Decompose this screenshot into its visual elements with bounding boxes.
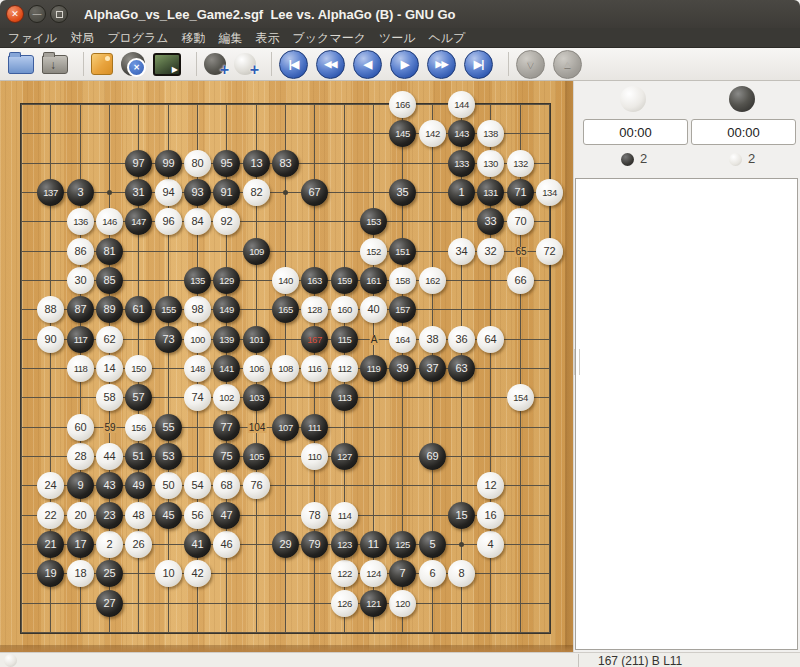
nav-last-button[interactable]: ▶| [464,50,493,79]
nav-forward-button[interactable]: ▶ [390,50,419,79]
point-label-65: 65 [514,247,527,257]
black-stone-move-37[interactable]: 37 [419,355,446,382]
black-stone-move-13[interactable]: 13 [243,150,270,177]
white-stone-move-68[interactable]: 68 [213,472,240,499]
white-stone-move-166[interactable]: 166 [389,91,416,118]
black-stone-move-97[interactable]: 97 [125,150,152,177]
save-file-button[interactable]: ↓ [42,55,68,74]
white-stone-move-72[interactable]: 72 [536,238,563,265]
white-stone-move-148[interactable]: 148 [184,355,211,382]
black-stone-move-151[interactable]: 151 [389,238,416,265]
side-panel: 00:00 00:00 2 2 [573,81,800,652]
black-stone-move-111[interactable]: 111 [301,414,328,441]
black-stone-move-47[interactable]: 47 [213,502,240,529]
menubar: ファイル対局プログラム移動編集表示ブックマークツールヘルプ [0,28,800,48]
black-stone-move-1[interactable]: 1 [448,179,475,206]
black-stone-move-35[interactable]: 35 [389,179,416,206]
black-stone-move-145[interactable]: 145 [389,120,416,147]
white-stone-move-62[interactable]: 62 [96,326,123,353]
white-stone-move-86[interactable]: 86 [67,238,94,265]
turn-indicator-icon [4,654,17,667]
white-stone-move-30[interactable]: 30 [67,267,94,294]
black-captures-count: 2 [748,152,755,165]
black-stone-move-125[interactable]: 125 [389,531,416,558]
black-stone-move-7[interactable]: 7 [389,560,416,587]
close-window-icon[interactable]: ✕ [6,5,24,23]
black-stone-move-123[interactable]: 123 [331,531,358,558]
black-stone-move-163[interactable]: 163 [301,267,328,294]
nav-first-button[interactable]: |◀ [279,50,308,79]
black-stone-move-83[interactable]: 83 [272,150,299,177]
black-stone-move-99[interactable]: 99 [155,150,182,177]
black-stone-icon [621,153,634,166]
move-status-text: 167 (211) B L11 [598,654,682,667]
white-clock: 00:00 [583,119,688,145]
black-stone-move-53[interactable]: 53 [155,443,182,470]
white-stone-move-26[interactable]: 26 [125,531,152,558]
black-stone-move-29[interactable]: 29 [272,531,299,558]
white-stone-move-138[interactable]: 138 [477,120,504,147]
white-stone-move-116[interactable]: 116 [301,355,328,382]
white-stone-move-14[interactable]: 14 [96,355,123,382]
black-stone-move-131[interactable]: 131 [477,179,504,206]
black-stone-move-77[interactable]: 77 [213,414,240,441]
white-stone-move-46[interactable]: 46 [213,531,240,558]
black-stone-move-149[interactable]: 149 [213,296,240,323]
black-stone-move-75[interactable]: 75 [213,443,240,470]
white-stone-move-128[interactable]: 128 [301,296,328,323]
black-clock: 00:00 [691,119,796,145]
toolbar-separator [196,52,197,76]
white-stone-move-142[interactable]: 142 [419,120,446,147]
black-stone-move-147[interactable]: 147 [125,208,152,235]
white-stone-move-92[interactable]: 92 [213,208,240,235]
white-stone-move-36[interactable]: 36 [448,326,475,353]
white-stone-move-120[interactable]: 120 [389,590,416,617]
black-stone-move-141[interactable]: 141 [213,355,240,382]
black-stone-move-101[interactable]: 101 [243,326,270,353]
window-title: AlphaGo_vs_Lee_Game2.sgf Lee vs. AlphaGo… [84,7,456,22]
white-stone-move-102[interactable]: 102 [213,384,240,411]
white-stone-move-22[interactable]: 22 [37,502,64,529]
white-stone-move-164[interactable]: 164 [389,326,416,353]
white-stone-move-122[interactable]: 122 [331,560,358,587]
splitter-handle[interactable] [574,349,580,375]
black-stone-move-67[interactable]: 67 [301,179,328,206]
black-stone-move-107[interactable]: 107 [272,414,299,441]
white-stone-move-152[interactable]: 152 [360,238,387,265]
black-stone-move-129[interactable]: 129 [213,267,240,294]
black-stone-move-113[interactable]: 113 [331,384,358,411]
black-stone-move-69[interactable]: 69 [419,443,446,470]
black-stone-move-135[interactable]: 135 [184,267,211,294]
menu-item[interactable]: 移動 [182,32,206,44]
nav-back-button[interactable]: ◀ [353,50,382,79]
white-stone-move-56[interactable]: 56 [184,502,211,529]
white-stone-move-124[interactable]: 124 [360,560,387,587]
board-edge-bottom [0,645,573,652]
black-stone-move-105[interactable]: 105 [243,443,270,470]
white-captures-count: 2 [640,152,647,165]
black-stone-move-87[interactable]: 87 [67,296,94,323]
white-stone-move-108[interactable]: 108 [272,355,299,382]
white-stone-move-8[interactable]: 8 [448,560,475,587]
menu-item[interactable]: ツール [379,32,416,44]
white-stone-move-126[interactable]: 126 [331,590,358,617]
black-stone-move-93[interactable]: 93 [184,179,211,206]
black-stone-move-19[interactable]: 19 [37,560,64,587]
white-stone-move-84[interactable]: 84 [184,208,211,235]
black-stone-move-91[interactable]: 91 [213,179,240,206]
minimize-window-icon[interactable]: — [28,5,46,23]
white-stone-move-2[interactable]: 2 [96,531,123,558]
white-stone-move-70[interactable]: 70 [507,208,534,235]
black-stone-move-33[interactable]: 33 [477,208,504,235]
new-board-button[interactable] [91,53,113,75]
point-label-59: 59 [103,423,116,433]
white-stone-move-38[interactable]: 38 [419,326,446,353]
white-stone-move-10[interactable]: 10 [155,560,182,587]
white-stone-move-16[interactable]: 16 [477,502,504,529]
white-stone-move-112[interactable]: 112 [331,355,358,382]
white-stone-move-40[interactable]: 40 [360,296,387,323]
menu-item[interactable]: ヘルプ [429,32,466,44]
menu-item[interactable]: 対局 [70,32,94,44]
white-stone-move-54[interactable]: 54 [184,472,211,499]
black-stone-move-85[interactable]: 85 [96,267,123,294]
white-stone-move-94[interactable]: 94 [155,179,182,206]
white-stone-move-150[interactable]: 150 [125,355,152,382]
black-stone-move-167[interactable]: 167 [301,326,328,353]
black-stone-move-121[interactable]: 121 [360,590,387,617]
black-stone-move-9[interactable]: 9 [67,472,94,499]
white-stone-move-74[interactable]: 74 [184,384,211,411]
white-player-stone-icon [620,86,646,112]
black-stone-move-15[interactable]: 15 [448,502,475,529]
black-stone-move-61[interactable]: 61 [125,296,152,323]
white-stone-move-96[interactable]: 96 [155,208,182,235]
toolbar-separator [83,52,84,76]
black-stone-move-51[interactable]: 51 [125,443,152,470]
black-stone-move-115[interactable]: 115 [331,326,358,353]
move-list-box[interactable] [575,178,798,650]
black-stone-move-45[interactable]: 45 [155,502,182,529]
statusbar-divider [578,654,579,667]
white-stone-move-76[interactable]: 76 [243,472,270,499]
white-stone-move-136[interactable]: 136 [67,208,94,235]
white-stone-move-48[interactable]: 48 [125,502,152,529]
black-stone-move-119[interactable]: 119 [360,355,387,382]
add-black-stone-button[interactable]: + [204,53,226,75]
statusbar: 167 (211) B L11 [0,652,800,667]
black-stone-move-43[interactable]: 43 [96,472,123,499]
black-stone-move-103[interactable]: 103 [243,384,270,411]
white-stone-move-6[interactable]: 6 [419,560,446,587]
white-stone-move-114[interactable]: 114 [331,502,358,529]
white-stone-move-118[interactable]: 118 [67,355,94,382]
level-up-button[interactable]: ▲ [553,50,582,79]
black-stone-move-89[interactable]: 89 [96,296,123,323]
black-stone-move-117[interactable]: 117 [67,326,94,353]
black-stone-move-25[interactable]: 25 [96,560,123,587]
menu-item[interactable]: プログラム [107,32,168,44]
black-stone-move-159[interactable]: 159 [331,267,358,294]
black-stone-move-21[interactable]: 21 [37,531,64,558]
white-stone-move-4[interactable]: 4 [477,531,504,558]
white-stone-move-158[interactable]: 158 [389,267,416,294]
black-stone-move-139[interactable]: 139 [213,326,240,353]
menu-item[interactable]: ファイル [8,32,57,44]
black-stone-move-17[interactable]: 17 [67,531,94,558]
white-stone-move-12[interactable]: 12 [477,472,504,499]
black-stone-move-3[interactable]: 3 [67,179,94,206]
board-window-button[interactable]: ▶ [153,53,181,76]
toolbar: ↓✕▶++|◀◀◀◀▶▶▶▶|▼▲ [0,48,800,81]
goban[interactable]: 1234567891011121314151617181920212223242… [0,81,573,652]
black-stone-move-165[interactable]: 165 [272,296,299,323]
white-stone-move-18[interactable]: 18 [67,560,94,587]
white-stone-move-20[interactable]: 20 [67,502,94,529]
black-stone-move-49[interactable]: 49 [125,472,152,499]
toolbar-separator [508,52,509,76]
main-area: 1234567891011121314151617181920212223242… [0,81,800,652]
white-stone-move-32[interactable]: 32 [477,238,504,265]
black-stone-move-23[interactable]: 23 [96,502,123,529]
white-stone-move-132[interactable]: 132 [507,150,534,177]
titlebar: ✕ — AlphaGo_vs_Lee_Game2.sgf Lee vs. Alp… [0,0,800,28]
black-stone-move-137[interactable]: 137 [37,179,64,206]
white-stone-move-146[interactable]: 146 [96,208,123,235]
black-stone-move-63[interactable]: 63 [448,355,475,382]
menu-item[interactable]: 編集 [219,32,243,44]
white-stone-move-88[interactable]: 88 [37,296,64,323]
white-stone-move-82[interactable]: 82 [243,179,270,206]
black-stone-move-161[interactable]: 161 [360,267,387,294]
star-point [459,542,464,547]
white-stone-move-58[interactable]: 58 [96,384,123,411]
white-stone-move-64[interactable]: 64 [477,326,504,353]
maximize-window-icon[interactable] [50,5,68,23]
white-stone-move-98[interactable]: 98 [184,296,211,323]
white-stone-move-42[interactable]: 42 [184,560,211,587]
white-stone-move-106[interactable]: 106 [243,355,270,382]
point-label-104: 104 [248,423,267,433]
black-stone-move-31[interactable]: 31 [125,179,152,206]
black-stone-move-57[interactable]: 57 [125,384,152,411]
black-stone-move-81[interactable]: 81 [96,238,123,265]
gnugo-window: ✕ — AlphaGo_vs_Lee_Game2.sgf Lee vs. Alp… [0,0,800,667]
black-stone-move-41[interactable]: 41 [184,531,211,558]
black-player-stone-icon [729,86,755,112]
black-stone-move-133[interactable]: 133 [448,150,475,177]
white-stone-move-44[interactable]: 44 [96,443,123,470]
black-stone-move-79[interactable]: 79 [301,531,328,558]
white-stone-move-130[interactable]: 130 [477,150,504,177]
white-stone-move-60[interactable]: 60 [67,414,94,441]
white-stone-move-100[interactable]: 100 [184,326,211,353]
white-stone-move-34[interactable]: 34 [448,238,475,265]
black-stone-move-127[interactable]: 127 [331,443,358,470]
white-stone-move-162[interactable]: 162 [419,267,446,294]
menu-item[interactable]: ブックマーク [293,32,366,44]
black-stone-move-153[interactable]: 153 [360,208,387,235]
menu-item[interactable]: 表示 [256,32,280,44]
close-board-button[interactable]: ✕ [121,52,145,76]
white-stone-move-140[interactable]: 140 [272,267,299,294]
black-stone-move-71[interactable]: 71 [507,179,534,206]
white-stone-move-144[interactable]: 144 [448,91,475,118]
black-stone-move-39[interactable]: 39 [389,355,416,382]
star-point [283,190,288,195]
toolbar-separator [271,52,272,76]
star-point [107,190,112,195]
white-stone-move-50[interactable]: 50 [155,472,182,499]
white-stone-move-134[interactable]: 134 [536,179,563,206]
black-stone-move-11[interactable]: 11 [360,531,387,558]
white-stone-move-160[interactable]: 160 [331,296,358,323]
black-stone-move-143[interactable]: 143 [448,120,475,147]
white-stone-move-110[interactable]: 110 [301,443,328,470]
white-stone-move-90[interactable]: 90 [37,326,64,353]
white-stone-move-66[interactable]: 66 [507,267,534,294]
black-stone-move-5[interactable]: 5 [419,531,446,558]
level-down-button[interactable]: ▼ [516,50,545,79]
point-label-A: A [370,335,379,345]
board-edge-right [565,81,573,652]
black-stone-move-157[interactable]: 157 [389,296,416,323]
black-stone-move-155[interactable]: 155 [155,296,182,323]
white-stone-move-78[interactable]: 78 [301,502,328,529]
white-stone-move-80[interactable]: 80 [184,150,211,177]
add-white-stone-button[interactable]: + [234,53,256,75]
black-stone-move-109[interactable]: 109 [243,238,270,265]
black-stone-move-73[interactable]: 73 [155,326,182,353]
white-stone-move-24[interactable]: 24 [37,472,64,499]
white-stone-move-156[interactable]: 156 [125,414,152,441]
white-stone-move-28[interactable]: 28 [67,443,94,470]
white-stone-icon [729,153,742,166]
nav-forward-fast-button[interactable]: ▶▶ [427,50,456,79]
black-stone-move-27[interactable]: 27 [96,590,123,617]
black-stone-move-95[interactable]: 95 [213,150,240,177]
nav-back-fast-button[interactable]: ◀◀ [316,50,345,79]
open-file-button[interactable] [8,55,34,74]
white-stone-move-154[interactable]: 154 [507,384,534,411]
black-stone-move-55[interactable]: 55 [155,414,182,441]
